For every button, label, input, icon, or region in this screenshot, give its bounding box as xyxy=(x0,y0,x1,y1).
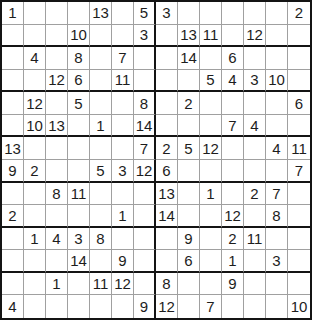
cell-r3c5[interactable] xyxy=(90,47,112,70)
cell-r2c12: 12 xyxy=(244,25,266,48)
cell-r10c10[interactable] xyxy=(200,205,222,228)
cell-r4c10: 5 xyxy=(200,70,222,93)
cell-r4c3: 12 xyxy=(46,70,68,93)
cell-r4c4: 6 xyxy=(68,70,90,93)
cell-r10c1: 2 xyxy=(2,205,24,228)
cell-r13c3: 1 xyxy=(46,273,68,296)
cell-r3c6: 7 xyxy=(112,47,134,70)
cell-r3c2: 4 xyxy=(24,47,46,70)
cell-r6c11: 7 xyxy=(222,115,244,138)
cell-r6c14[interactable] xyxy=(288,115,310,138)
cell-r12c1[interactable] xyxy=(2,250,24,273)
cell-r8c9[interactable] xyxy=(178,160,200,183)
cell-r13c12[interactable] xyxy=(244,273,266,296)
cell-r3c9: 14 xyxy=(178,47,200,70)
cell-r1c2[interactable] xyxy=(24,2,46,25)
cell-r2c4: 10 xyxy=(68,25,90,48)
cell-r6c6[interactable] xyxy=(112,115,134,138)
cell-r14c11[interactable] xyxy=(222,295,244,318)
cell-r4c12: 3 xyxy=(244,70,266,93)
cell-r13c1[interactable] xyxy=(2,273,24,296)
cell-r13c14[interactable] xyxy=(288,273,310,296)
cell-r3c11: 6 xyxy=(222,47,244,70)
cell-r12c10[interactable] xyxy=(200,250,222,273)
cell-r6c13[interactable] xyxy=(266,115,288,138)
cell-r14c6[interactable] xyxy=(112,295,134,318)
cell-r14c2[interactable] xyxy=(24,295,46,318)
cell-r7c11[interactable] xyxy=(222,137,244,160)
cell-r1c3[interactable] xyxy=(46,2,68,25)
cell-r8c1: 9 xyxy=(2,160,24,183)
cell-r12c13: 3 xyxy=(266,250,288,273)
cell-r1c6[interactable] xyxy=(112,2,134,25)
cell-r11c6[interactable] xyxy=(112,228,134,251)
cell-r6c9[interactable] xyxy=(178,115,200,138)
cell-r7c5[interactable] xyxy=(90,137,112,160)
cell-r8c4[interactable] xyxy=(68,160,90,183)
cell-r6c3: 13 xyxy=(46,115,68,138)
cell-r7c6[interactable] xyxy=(112,137,134,160)
cell-r5c4: 5 xyxy=(68,92,90,115)
cell-r13c5: 11 xyxy=(90,273,112,296)
cell-r10c14[interactable] xyxy=(288,205,310,228)
cell-r14c12[interactable] xyxy=(244,295,266,318)
cell-r12c4: 14 xyxy=(68,250,90,273)
cell-r10c2[interactable] xyxy=(24,205,46,228)
cell-r7c8: 2 xyxy=(156,137,178,160)
cell-r8c7: 12 xyxy=(134,160,156,183)
cell-r8c14: 7 xyxy=(288,160,310,183)
cell-r9c13: 7 xyxy=(266,183,288,206)
cell-r1c13[interactable] xyxy=(266,2,288,25)
cell-r5c6[interactable] xyxy=(112,92,134,115)
cell-r5c1[interactable] xyxy=(2,92,24,115)
cell-r14c1: 4 xyxy=(2,295,24,318)
cell-r7c3[interactable] xyxy=(46,137,68,160)
cell-r11c13[interactable] xyxy=(266,228,288,251)
cell-r14c4[interactable] xyxy=(68,295,90,318)
cell-r6c1[interactable] xyxy=(2,115,24,138)
cell-r3c7[interactable] xyxy=(134,47,156,70)
cell-r3c3[interactable] xyxy=(46,47,68,70)
cell-r9c2[interactable] xyxy=(24,183,46,206)
cell-r5c12[interactable] xyxy=(244,92,266,115)
cell-r4c13: 10 xyxy=(266,70,288,93)
cell-r7c1: 13 xyxy=(2,137,24,160)
cell-r5c8[interactable] xyxy=(156,92,178,115)
cell-r13c11: 9 xyxy=(222,273,244,296)
cell-r2c1[interactable] xyxy=(2,25,24,48)
cell-r5c10[interactable] xyxy=(200,92,222,115)
cell-r2c9: 13 xyxy=(178,25,200,48)
cell-r6c2: 10 xyxy=(24,115,46,138)
cell-r14c9[interactable] xyxy=(178,295,200,318)
cell-r11c4: 3 xyxy=(68,228,90,251)
cell-r13c8: 8 xyxy=(156,273,178,296)
cell-r9c1[interactable] xyxy=(2,183,24,206)
cell-r10c12[interactable] xyxy=(244,205,266,228)
cell-r10c4[interactable] xyxy=(68,205,90,228)
cell-r3c14[interactable] xyxy=(288,47,310,70)
cell-r14c13[interactable] xyxy=(266,295,288,318)
cell-r8c12[interactable] xyxy=(244,160,266,183)
cell-r12c2[interactable] xyxy=(24,250,46,273)
cell-r9c4: 11 xyxy=(68,183,90,206)
cell-r1c7: 5 xyxy=(134,2,156,25)
cell-r13c6: 12 xyxy=(112,273,134,296)
sudoku-board: 1135321031311124871461261154310125826101… xyxy=(0,0,312,320)
cell-r11c11: 2 xyxy=(222,228,244,251)
cell-r8c6: 3 xyxy=(112,160,134,183)
cell-r5c9: 2 xyxy=(178,92,200,115)
cell-r2c5[interactable] xyxy=(90,25,112,48)
cell-r10c5[interactable] xyxy=(90,205,112,228)
cell-r12c9: 6 xyxy=(178,250,200,273)
cell-r11c14[interactable] xyxy=(288,228,310,251)
cell-r9c10: 1 xyxy=(200,183,222,206)
cell-r4c6: 11 xyxy=(112,70,134,93)
cell-r3c8[interactable] xyxy=(156,47,178,70)
cell-r12c12[interactable] xyxy=(244,250,266,273)
cell-r9c9[interactable] xyxy=(178,183,200,206)
cell-r12c6: 9 xyxy=(112,250,134,273)
cell-r2c6[interactable] xyxy=(112,25,134,48)
cell-r11c8[interactable] xyxy=(156,228,178,251)
cell-r9c8: 13 xyxy=(156,183,178,206)
cell-r13c10[interactable] xyxy=(200,273,222,296)
cell-r2c11[interactable] xyxy=(222,25,244,48)
cell-r4c1[interactable] xyxy=(2,70,24,93)
cell-r8c5: 5 xyxy=(90,160,112,183)
cell-r2c10: 11 xyxy=(200,25,222,48)
cell-r2c8[interactable] xyxy=(156,25,178,48)
cell-r12c7[interactable] xyxy=(134,250,156,273)
cell-r7c4[interactable] xyxy=(68,137,90,160)
cell-r1c5: 13 xyxy=(90,2,112,25)
cell-r12c5[interactable] xyxy=(90,250,112,273)
cell-r14c8: 12 xyxy=(156,295,178,318)
cell-r7c12[interactable] xyxy=(244,137,266,160)
cell-r10c13: 8 xyxy=(266,205,288,228)
cell-r5c14: 6 xyxy=(288,92,310,115)
cell-r6c4[interactable] xyxy=(68,115,90,138)
cell-r1c14: 2 xyxy=(288,2,310,25)
cell-r4c5[interactable] xyxy=(90,70,112,93)
cell-r4c14[interactable] xyxy=(288,70,310,93)
cell-r1c1: 1 xyxy=(2,2,24,25)
cell-r8c8: 6 xyxy=(156,160,178,183)
cell-r1c11[interactable] xyxy=(222,2,244,25)
cell-r2c7: 3 xyxy=(134,25,156,48)
cell-r7c9: 5 xyxy=(178,137,200,160)
cell-r9c7[interactable] xyxy=(134,183,156,206)
cell-r8c3[interactable] xyxy=(46,160,68,183)
cell-r4c2[interactable] xyxy=(24,70,46,93)
cell-r1c10[interactable] xyxy=(200,2,222,25)
cell-r9c14[interactable] xyxy=(288,183,310,206)
cell-r11c5: 8 xyxy=(90,228,112,251)
cell-r14c7: 9 xyxy=(134,295,156,318)
cell-r13c2[interactable] xyxy=(24,273,46,296)
cell-r2c2[interactable] xyxy=(24,25,46,48)
cell-r11c12: 11 xyxy=(244,228,266,251)
cell-r5c5[interactable] xyxy=(90,92,112,115)
cell-r5c11[interactable] xyxy=(222,92,244,115)
cell-r12c14[interactable] xyxy=(288,250,310,273)
cell-r3c12[interactable] xyxy=(244,47,266,70)
cell-r10c6: 1 xyxy=(112,205,134,228)
cell-r6c7: 14 xyxy=(134,115,156,138)
cell-r9c5[interactable] xyxy=(90,183,112,206)
cell-r7c7: 7 xyxy=(134,137,156,160)
cell-r8c11[interactable] xyxy=(222,160,244,183)
cell-r6c12: 4 xyxy=(244,115,266,138)
cell-r5c13[interactable] xyxy=(266,92,288,115)
cell-r6c8[interactable] xyxy=(156,115,178,138)
cell-r2c14[interactable] xyxy=(288,25,310,48)
cell-r3c4: 8 xyxy=(68,47,90,70)
cell-r2c13[interactable] xyxy=(266,25,288,48)
cell-r6c5: 1 xyxy=(90,115,112,138)
cell-r8c13[interactable] xyxy=(266,160,288,183)
cell-r10c7[interactable] xyxy=(134,205,156,228)
cell-r11c2: 1 xyxy=(24,228,46,251)
cell-r3c10[interactable] xyxy=(200,47,222,70)
cell-r7c10: 12 xyxy=(200,137,222,160)
cell-r5c7: 8 xyxy=(134,92,156,115)
cell-r7c2[interactable] xyxy=(24,137,46,160)
cell-r11c7[interactable] xyxy=(134,228,156,251)
cell-r9c12: 2 xyxy=(244,183,266,206)
cell-r9c11[interactable] xyxy=(222,183,244,206)
cell-r4c9[interactable] xyxy=(178,70,200,93)
cell-r14c3[interactable] xyxy=(46,295,68,318)
cell-r4c11: 4 xyxy=(222,70,244,93)
cell-r4c7[interactable] xyxy=(134,70,156,93)
cell-r4c8[interactable] xyxy=(156,70,178,93)
cell-r11c10[interactable] xyxy=(200,228,222,251)
cell-r3c13[interactable] xyxy=(266,47,288,70)
cell-r1c9[interactable] xyxy=(178,2,200,25)
cell-r12c11: 1 xyxy=(222,250,244,273)
cell-r5c3[interactable] xyxy=(46,92,68,115)
cell-r8c10[interactable] xyxy=(200,160,222,183)
cell-r10c3[interactable] xyxy=(46,205,68,228)
cell-r14c10: 7 xyxy=(200,295,222,318)
cell-r9c3: 8 xyxy=(46,183,68,206)
cell-r1c4[interactable] xyxy=(68,2,90,25)
cell-r12c8[interactable] xyxy=(156,250,178,273)
cell-r2c3[interactable] xyxy=(46,25,68,48)
cell-r13c9[interactable] xyxy=(178,273,200,296)
cell-r11c3: 4 xyxy=(46,228,68,251)
cell-r8c2: 2 xyxy=(24,160,46,183)
cell-r7c13: 4 xyxy=(266,137,288,160)
cell-r14c5[interactable] xyxy=(90,295,112,318)
cell-r10c9[interactable] xyxy=(178,205,200,228)
cell-r9c6[interactable] xyxy=(112,183,134,206)
cell-r13c7[interactable] xyxy=(134,273,156,296)
cell-r13c13[interactable] xyxy=(266,273,288,296)
cell-r1c12[interactable] xyxy=(244,2,266,25)
cell-r7c14: 11 xyxy=(288,137,310,160)
cell-r12c3[interactable] xyxy=(46,250,68,273)
cell-r6c10[interactable] xyxy=(200,115,222,138)
cell-r5c2: 12 xyxy=(24,92,46,115)
cell-r11c1[interactable] xyxy=(2,228,24,251)
cell-r11c9: 9 xyxy=(178,228,200,251)
cell-r1c8: 3 xyxy=(156,2,178,25)
cell-r10c8: 14 xyxy=(156,205,178,228)
cell-r3c1[interactable] xyxy=(2,47,24,70)
cell-r10c11: 12 xyxy=(222,205,244,228)
cell-r13c4[interactable] xyxy=(68,273,90,296)
cell-r14c14: 10 xyxy=(288,295,310,318)
